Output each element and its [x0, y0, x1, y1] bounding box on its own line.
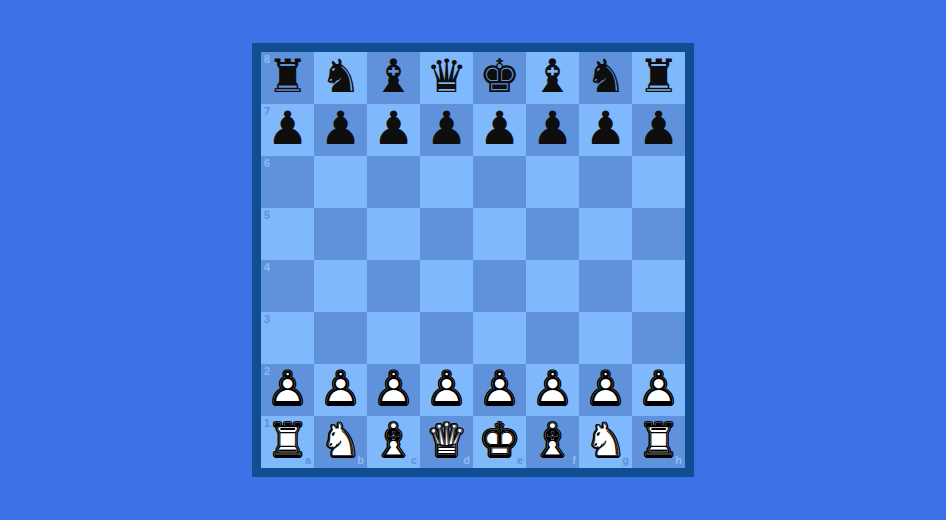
white-piece-outline: ♙: [585, 365, 626, 411]
square-c5[interactable]: [367, 208, 420, 260]
square-c1[interactable]: c♝♗: [367, 416, 420, 468]
piece-black-knight[interactable]: ♞: [314, 52, 367, 104]
rank-label-5: 5: [264, 210, 270, 221]
piece-black-knight[interactable]: ♞: [579, 52, 632, 104]
white-piece-outline: ♗: [532, 417, 573, 463]
square-c3[interactable]: [367, 312, 420, 364]
white-piece-outline: ♖: [638, 417, 679, 463]
square-d1[interactable]: d♛♕: [420, 416, 473, 468]
black-piece-fill: ♟: [479, 105, 520, 151]
square-a8[interactable]: 8♜: [261, 52, 314, 104]
square-g5[interactable]: [579, 208, 632, 260]
square-a7[interactable]: 7♟: [261, 104, 314, 156]
square-e5[interactable]: [473, 208, 526, 260]
black-piece-fill: ♜: [267, 53, 308, 99]
square-d5[interactable]: [420, 208, 473, 260]
piece-white-pawn[interactable]: ♟♙: [632, 364, 685, 416]
square-b7[interactable]: ♟: [314, 104, 367, 156]
rank-label-3: 3: [264, 314, 270, 325]
piece-white-pawn[interactable]: ♟♙: [367, 364, 420, 416]
black-piece-fill: ♟: [373, 105, 414, 151]
square-b1[interactable]: b♞♘: [314, 416, 367, 468]
piece-black-pawn[interactable]: ♟: [420, 104, 473, 156]
white-piece-outline: ♔: [479, 417, 520, 463]
square-f7[interactable]: ♟: [526, 104, 579, 156]
square-d7[interactable]: ♟: [420, 104, 473, 156]
square-h3[interactable]: [632, 312, 685, 364]
square-e2[interactable]: ♟♙: [473, 364, 526, 416]
piece-white-rook[interactable]: ♜♖: [261, 416, 314, 468]
piece-white-bishop[interactable]: ♝♗: [526, 416, 579, 468]
piece-black-queen[interactable]: ♛: [420, 52, 473, 104]
square-f5[interactable]: [526, 208, 579, 260]
square-e1[interactable]: e♚♔: [473, 416, 526, 468]
white-piece-outline: ♘: [585, 417, 626, 463]
square-g1[interactable]: g♞♘: [579, 416, 632, 468]
piece-black-king[interactable]: ♚: [473, 52, 526, 104]
square-e3[interactable]: [473, 312, 526, 364]
square-c7[interactable]: ♟: [367, 104, 420, 156]
square-a6[interactable]: 6: [261, 156, 314, 208]
square-d3[interactable]: [420, 312, 473, 364]
square-b4[interactable]: [314, 260, 367, 312]
square-h5[interactable]: [632, 208, 685, 260]
square-d6[interactable]: [420, 156, 473, 208]
piece-white-king[interactable]: ♚♔: [473, 416, 526, 468]
square-h2[interactable]: ♟♙: [632, 364, 685, 416]
piece-black-rook[interactable]: ♜: [632, 52, 685, 104]
square-e7[interactable]: ♟: [473, 104, 526, 156]
square-f3[interactable]: [526, 312, 579, 364]
square-h8[interactable]: ♜: [632, 52, 685, 104]
piece-black-pawn[interactable]: ♟: [473, 104, 526, 156]
square-a4[interactable]: 4: [261, 260, 314, 312]
square-h6[interactable]: [632, 156, 685, 208]
black-piece-fill: ♝: [532, 53, 573, 99]
black-piece-fill: ♟: [426, 105, 467, 151]
white-piece-outline: ♙: [267, 365, 308, 411]
piece-black-bishop[interactable]: ♝: [526, 52, 579, 104]
piece-white-pawn[interactable]: ♟♙: [420, 364, 473, 416]
piece-white-pawn[interactable]: ♟♙: [261, 364, 314, 416]
square-f2[interactable]: ♟♙: [526, 364, 579, 416]
square-d8[interactable]: ♛: [420, 52, 473, 104]
rank-label-4: 4: [264, 262, 270, 273]
square-g6[interactable]: [579, 156, 632, 208]
square-a2[interactable]: 2♟♙: [261, 364, 314, 416]
square-g7[interactable]: ♟: [579, 104, 632, 156]
white-piece-outline: ♙: [638, 365, 679, 411]
black-piece-fill: ♛: [426, 53, 467, 99]
square-g3[interactable]: [579, 312, 632, 364]
black-piece-fill: ♝: [373, 53, 414, 99]
square-f4[interactable]: [526, 260, 579, 312]
black-piece-fill: ♞: [585, 53, 626, 99]
black-piece-fill: ♟: [532, 105, 573, 151]
square-b5[interactable]: [314, 208, 367, 260]
white-piece-outline: ♙: [479, 365, 520, 411]
piece-black-pawn[interactable]: ♟: [314, 104, 367, 156]
square-g8[interactable]: ♞: [579, 52, 632, 104]
piece-black-rook[interactable]: ♜: [261, 52, 314, 104]
black-piece-fill: ♟: [638, 105, 679, 151]
white-piece-outline: ♙: [373, 365, 414, 411]
square-h4[interactable]: [632, 260, 685, 312]
white-piece-outline: ♗: [373, 417, 414, 463]
white-piece-outline: ♙: [426, 365, 467, 411]
piece-white-pawn[interactable]: ♟♙: [314, 364, 367, 416]
square-h1[interactable]: h♜♖: [632, 416, 685, 468]
square-h7[interactable]: ♟: [632, 104, 685, 156]
piece-white-queen[interactable]: ♛♕: [420, 416, 473, 468]
white-piece-outline: ♙: [320, 365, 361, 411]
piece-black-pawn[interactable]: ♟: [632, 104, 685, 156]
chess-board: 8♜♞♝♛♚♝♞♜7♟♟♟♟♟♟♟♟65432♟♙♟♙♟♙♟♙♟♙♟♙♟♙♟♙1…: [252, 43, 694, 477]
square-c8[interactable]: ♝: [367, 52, 420, 104]
square-d2[interactable]: ♟♙: [420, 364, 473, 416]
white-piece-outline: ♘: [320, 417, 361, 463]
piece-black-pawn[interactable]: ♟: [367, 104, 420, 156]
square-b8[interactable]: ♞: [314, 52, 367, 104]
rank-label-6: 6: [264, 158, 270, 169]
piece-black-pawn[interactable]: ♟: [261, 104, 314, 156]
square-a3[interactable]: 3: [261, 312, 314, 364]
piece-black-pawn[interactable]: ♟: [526, 104, 579, 156]
white-piece-outline: ♕: [426, 417, 467, 463]
black-piece-fill: ♟: [320, 105, 361, 151]
black-piece-fill: ♞: [320, 53, 361, 99]
square-d4[interactable]: [420, 260, 473, 312]
square-g2[interactable]: ♟♙: [579, 364, 632, 416]
piece-black-pawn[interactable]: ♟: [579, 104, 632, 156]
square-c4[interactable]: [367, 260, 420, 312]
black-piece-fill: ♟: [585, 105, 626, 151]
square-b3[interactable]: [314, 312, 367, 364]
square-e4[interactable]: [473, 260, 526, 312]
square-c2[interactable]: ♟♙: [367, 364, 420, 416]
white-piece-outline: ♙: [532, 365, 573, 411]
piece-white-bishop[interactable]: ♝♗: [367, 416, 420, 468]
piece-white-pawn[interactable]: ♟♙: [579, 364, 632, 416]
black-piece-fill: ♜: [638, 53, 679, 99]
square-b6[interactable]: [314, 156, 367, 208]
piece-white-pawn[interactable]: ♟♙: [526, 364, 579, 416]
piece-white-knight[interactable]: ♞♘: [314, 416, 367, 468]
square-e8[interactable]: ♚: [473, 52, 526, 104]
black-piece-fill: ♟: [267, 105, 308, 151]
square-c6[interactable]: [367, 156, 420, 208]
piece-white-pawn[interactable]: ♟♙: [473, 364, 526, 416]
square-f6[interactable]: [526, 156, 579, 208]
white-piece-outline: ♖: [267, 417, 308, 463]
black-piece-fill: ♚: [479, 53, 520, 99]
square-a5[interactable]: 5: [261, 208, 314, 260]
square-g4[interactable]: [579, 260, 632, 312]
piece-white-rook[interactable]: ♜♖: [632, 416, 685, 468]
square-e6[interactable]: [473, 156, 526, 208]
board-grid: 8♜♞♝♛♚♝♞♜7♟♟♟♟♟♟♟♟65432♟♙♟♙♟♙♟♙♟♙♟♙♟♙♟♙1…: [261, 52, 685, 468]
square-a1[interactable]: 1a♜♖: [261, 416, 314, 468]
square-f1[interactable]: f♝♗: [526, 416, 579, 468]
piece-white-knight[interactable]: ♞♘: [579, 416, 632, 468]
square-b2[interactable]: ♟♙: [314, 364, 367, 416]
square-f8[interactable]: ♝: [526, 52, 579, 104]
piece-black-bishop[interactable]: ♝: [367, 52, 420, 104]
